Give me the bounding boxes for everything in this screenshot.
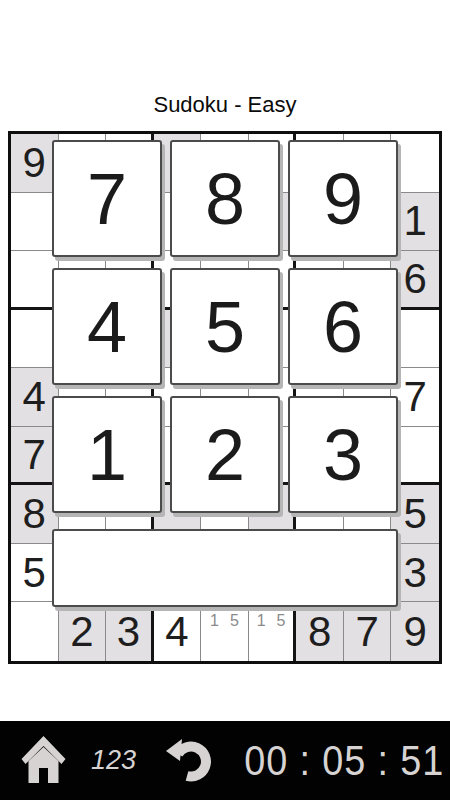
home-icon	[20, 735, 67, 787]
pencil-mark: 5	[277, 613, 286, 629]
keypad-key-5[interactable]: 5	[170, 268, 280, 385]
cell-r2c9[interactable]: 1	[391, 193, 439, 252]
cell-r9c2[interactable]: 2	[59, 602, 107, 661]
numbers-mode-button[interactable]: 123	[91, 745, 136, 776]
cell-r9c3[interactable]: 3	[106, 602, 154, 661]
home-button[interactable]	[20, 735, 67, 787]
cell-r9c7[interactable]: 8	[296, 602, 344, 661]
bottom-toolbar: 123 00 : 05 : 51	[0, 721, 450, 800]
cell-r3c9[interactable]: 6	[391, 251, 439, 310]
undo-arrow-icon	[166, 734, 212, 788]
cell-r9c9[interactable]: 9	[391, 602, 439, 661]
cell-r5c9[interactable]: 7	[391, 368, 439, 427]
keypad-key-3[interactable]: 3	[288, 396, 398, 513]
keypad-key-erase[interactable]	[52, 529, 398, 607]
keypad-key-2[interactable]: 2	[170, 396, 280, 513]
cell-r4c9[interactable]	[391, 310, 439, 369]
keypad-key-6[interactable]: 6	[288, 268, 398, 385]
keypad-key-1[interactable]: 1	[52, 396, 162, 513]
cell-r8c9[interactable]: 3	[391, 544, 439, 603]
page-title: Sudoku - Easy	[0, 92, 450, 118]
pencil-mark: 1	[210, 613, 219, 629]
keypad-key-4[interactable]: 4	[52, 268, 162, 385]
undo-button[interactable]	[166, 734, 212, 788]
cell-r1c9[interactable]	[391, 134, 439, 193]
cell-r6c9[interactable]	[391, 427, 439, 486]
keypad-key-8[interactable]: 8	[170, 140, 280, 257]
timer: 00 : 05 : 51	[244, 737, 444, 785]
pencil-mark: 5	[230, 613, 239, 629]
cell-r9c5[interactable]: 15	[201, 602, 249, 661]
pencil-mark: 1	[257, 613, 266, 629]
cell-r9c1[interactable]	[11, 602, 59, 661]
cell-r9c4[interactable]: 4	[154, 602, 202, 661]
cell-r9c6[interactable]: 15	[249, 602, 297, 661]
cell-r7c9[interactable]: 5	[391, 485, 439, 544]
keypad-key-9[interactable]: 9	[288, 140, 398, 257]
cell-r9c8[interactable]: 7	[344, 602, 392, 661]
keypad-key-7[interactable]: 7	[52, 140, 162, 257]
